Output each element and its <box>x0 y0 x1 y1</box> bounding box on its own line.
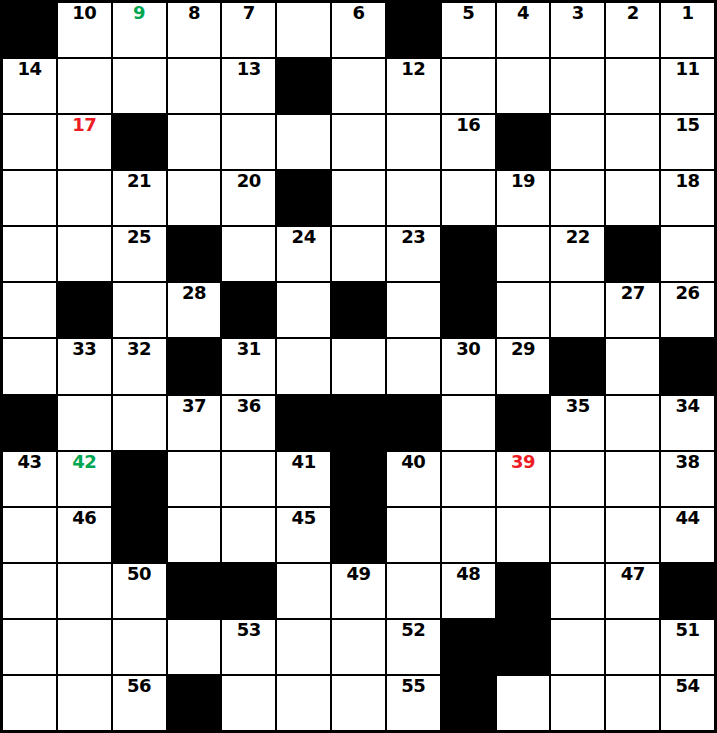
cell-r3c3[interactable] <box>168 171 221 225</box>
clue-number-35: 35 <box>551 397 604 416</box>
cell-r0c1[interactable]: 10 <box>58 3 111 57</box>
cell-r8c8[interactable] <box>442 452 495 506</box>
clue-number-14: 14 <box>3 60 56 79</box>
cell-r3c9[interactable]: 19 <box>497 171 550 225</box>
clue-number-11: 11 <box>661 60 714 79</box>
cell-r11c5[interactable] <box>277 620 330 674</box>
cell-r12c9[interactable] <box>497 676 550 730</box>
cell-r4c4[interactable] <box>222 227 275 281</box>
clue-number-23: 23 <box>387 228 440 247</box>
clue-number-6: 6 <box>332 4 385 23</box>
black-cell-r4c11 <box>606 227 659 281</box>
cell-r1c4[interactable]: 13 <box>222 59 275 113</box>
cell-r4c12[interactable] <box>661 227 714 281</box>
cell-r1c6[interactable] <box>332 59 385 113</box>
clue-number-37: 37 <box>168 397 221 416</box>
clue-number-2: 2 <box>606 4 659 23</box>
black-cell-r7c0 <box>3 396 56 450</box>
cell-r6c6[interactable] <box>332 339 385 393</box>
clue-number-16: 16 <box>442 116 495 135</box>
cell-r12c1[interactable] <box>58 676 111 730</box>
cell-r1c11[interactable] <box>606 59 659 113</box>
cell-r9c1[interactable]: 46 <box>58 508 111 562</box>
clue-number-50: 50 <box>113 565 166 584</box>
cell-r0c10[interactable]: 3 <box>551 3 604 57</box>
cell-r2c8[interactable]: 16 <box>442 115 495 169</box>
cell-r2c4[interactable] <box>222 115 275 169</box>
cell-r12c11[interactable] <box>606 676 659 730</box>
black-cell-r8c2 <box>113 452 166 506</box>
clue-number-47: 47 <box>606 565 659 584</box>
cell-r11c12[interactable]: 51 <box>661 620 714 674</box>
cell-r2c1[interactable]: 17 <box>58 115 111 169</box>
cell-r5c12[interactable]: 26 <box>661 283 714 337</box>
black-cell-r11c8 <box>442 620 495 674</box>
cell-r8c10[interactable] <box>551 452 604 506</box>
cell-r6c8[interactable]: 30 <box>442 339 495 393</box>
cell-r4c2[interactable]: 25 <box>113 227 166 281</box>
cell-r0c2[interactable]: 9 <box>113 3 166 57</box>
black-cell-r0c7 <box>387 3 440 57</box>
clue-number-19: 19 <box>497 172 550 191</box>
cell-r6c11[interactable] <box>606 339 659 393</box>
cell-r9c0[interactable] <box>3 508 56 562</box>
cell-r8c1[interactable]: 42 <box>58 452 111 506</box>
black-cell-r4c8 <box>442 227 495 281</box>
clue-number-8: 8 <box>168 4 221 23</box>
cell-r8c7[interactable]: 40 <box>387 452 440 506</box>
clue-number-48: 48 <box>442 565 495 584</box>
black-cell-r5c8 <box>442 283 495 337</box>
crossword-grid: 1098765432114131211171615212019182524232… <box>0 0 717 733</box>
clue-number-52: 52 <box>387 621 440 640</box>
cell-r4c6[interactable] <box>332 227 385 281</box>
cell-r9c11[interactable] <box>606 508 659 562</box>
cell-r3c7[interactable] <box>387 171 440 225</box>
black-cell-r8c6 <box>332 452 385 506</box>
cell-r6c7[interactable] <box>387 339 440 393</box>
cell-r4c1[interactable] <box>58 227 111 281</box>
cell-r3c12[interactable]: 18 <box>661 171 714 225</box>
cell-r1c10[interactable] <box>551 59 604 113</box>
clue-number-41: 41 <box>277 453 330 472</box>
cell-r2c7[interactable] <box>387 115 440 169</box>
black-cell-r11c9 <box>497 620 550 674</box>
cell-r1c0[interactable]: 14 <box>3 59 56 113</box>
cell-r10c6[interactable]: 49 <box>332 564 385 618</box>
clue-number-5: 5 <box>442 4 495 23</box>
cell-r0c4[interactable]: 7 <box>222 3 275 57</box>
cell-r9c12[interactable]: 44 <box>661 508 714 562</box>
cell-r11c10[interactable] <box>551 620 604 674</box>
cell-r7c10[interactable]: 35 <box>551 396 604 450</box>
clue-number-26: 26 <box>661 284 714 303</box>
cell-r6c5[interactable] <box>277 339 330 393</box>
cell-r7c4[interactable]: 36 <box>222 396 275 450</box>
cell-r1c12[interactable]: 11 <box>661 59 714 113</box>
black-cell-r1c5 <box>277 59 330 113</box>
black-cell-r9c6 <box>332 508 385 562</box>
black-cell-r10c9 <box>497 564 550 618</box>
cell-r9c3[interactable] <box>168 508 221 562</box>
cell-r3c4[interactable]: 20 <box>222 171 275 225</box>
clue-number-42: 42 <box>58 453 111 472</box>
cell-r4c5[interactable]: 24 <box>277 227 330 281</box>
clue-number-40: 40 <box>387 453 440 472</box>
cell-r0c6[interactable]: 6 <box>332 3 385 57</box>
cell-r0c12[interactable]: 1 <box>661 3 714 57</box>
cell-r4c9[interactable] <box>497 227 550 281</box>
clue-number-4: 4 <box>497 4 550 23</box>
black-cell-r5c6 <box>332 283 385 337</box>
black-cell-r10c3 <box>168 564 221 618</box>
cell-r10c10[interactable] <box>551 564 604 618</box>
cell-r4c0[interactable] <box>3 227 56 281</box>
cell-r3c1[interactable] <box>58 171 111 225</box>
cell-r12c12[interactable]: 54 <box>661 676 714 730</box>
cell-r12c6[interactable] <box>332 676 385 730</box>
cell-r11c11[interactable] <box>606 620 659 674</box>
cell-r5c11[interactable]: 27 <box>606 283 659 337</box>
cell-r6c4[interactable]: 31 <box>222 339 275 393</box>
cell-r11c0[interactable] <box>3 620 56 674</box>
cell-r0c9[interactable]: 4 <box>497 3 550 57</box>
black-cell-r7c9 <box>497 396 550 450</box>
cell-r9c4[interactable] <box>222 508 275 562</box>
cell-r8c5[interactable]: 41 <box>277 452 330 506</box>
clue-number-17: 17 <box>58 116 111 135</box>
clue-number-20: 20 <box>222 172 275 191</box>
clue-number-32: 32 <box>113 340 166 359</box>
clue-number-15: 15 <box>661 116 714 135</box>
cell-r11c3[interactable] <box>168 620 221 674</box>
cell-r12c2[interactable]: 56 <box>113 676 166 730</box>
cell-r10c1[interactable] <box>58 564 111 618</box>
cell-r0c5[interactable] <box>277 3 330 57</box>
clue-number-10: 10 <box>58 4 111 23</box>
cell-r1c9[interactable] <box>497 59 550 113</box>
cell-r7c3[interactable]: 37 <box>168 396 221 450</box>
cell-r11c1[interactable] <box>58 620 111 674</box>
cell-r8c12[interactable]: 38 <box>661 452 714 506</box>
cell-r10c5[interactable] <box>277 564 330 618</box>
clue-number-18: 18 <box>661 172 714 191</box>
cell-r10c7[interactable] <box>387 564 440 618</box>
cell-r5c0[interactable] <box>3 283 56 337</box>
clue-number-43: 43 <box>3 453 56 472</box>
clue-number-44: 44 <box>661 509 714 528</box>
black-cell-r2c9 <box>497 115 550 169</box>
clue-number-46: 46 <box>58 509 111 528</box>
cell-r1c7[interactable]: 12 <box>387 59 440 113</box>
cell-r7c11[interactable] <box>606 396 659 450</box>
clue-number-7: 7 <box>222 4 275 23</box>
cell-r5c9[interactable] <box>497 283 550 337</box>
cell-r2c6[interactable] <box>332 115 385 169</box>
cell-r11c2[interactable] <box>113 620 166 674</box>
cell-r12c10[interactable] <box>551 676 604 730</box>
clue-number-12: 12 <box>387 60 440 79</box>
cell-r11c7[interactable]: 52 <box>387 620 440 674</box>
black-cell-r12c3 <box>168 676 221 730</box>
clue-number-36: 36 <box>222 397 275 416</box>
cell-r6c1[interactable]: 33 <box>58 339 111 393</box>
black-cell-r0c0 <box>3 3 56 57</box>
clue-number-30: 30 <box>442 340 495 359</box>
cell-r9c7[interactable] <box>387 508 440 562</box>
cell-r4c10[interactable]: 22 <box>551 227 604 281</box>
cell-r6c0[interactable] <box>3 339 56 393</box>
clue-number-25: 25 <box>113 228 166 247</box>
black-cell-r3c5 <box>277 171 330 225</box>
black-cell-r10c4 <box>222 564 275 618</box>
cell-r8c0[interactable]: 43 <box>3 452 56 506</box>
clue-number-24: 24 <box>277 228 330 247</box>
cell-r8c11[interactable] <box>606 452 659 506</box>
cell-r9c5[interactable]: 45 <box>277 508 330 562</box>
cell-r8c3[interactable] <box>168 452 221 506</box>
cell-r3c6[interactable] <box>332 171 385 225</box>
black-cell-r7c5 <box>277 396 330 450</box>
cell-r10c2[interactable]: 50 <box>113 564 166 618</box>
black-cell-r12c8 <box>442 676 495 730</box>
cell-r0c11[interactable]: 2 <box>606 3 659 57</box>
clue-number-21: 21 <box>113 172 166 191</box>
cell-r3c11[interactable] <box>606 171 659 225</box>
clue-number-51: 51 <box>661 621 714 640</box>
clue-number-3: 3 <box>551 4 604 23</box>
cell-r9c9[interactable] <box>497 508 550 562</box>
cell-r1c1[interactable] <box>58 59 111 113</box>
cell-r2c0[interactable] <box>3 115 56 169</box>
cell-r2c12[interactable]: 15 <box>661 115 714 169</box>
cell-r1c2[interactable] <box>113 59 166 113</box>
black-cell-r6c3 <box>168 339 221 393</box>
cell-r2c3[interactable] <box>168 115 221 169</box>
cell-r6c9[interactable]: 29 <box>497 339 550 393</box>
cell-r3c8[interactable] <box>442 171 495 225</box>
cell-r11c4[interactable]: 53 <box>222 620 275 674</box>
black-cell-r10c12 <box>661 564 714 618</box>
cell-r3c2[interactable]: 21 <box>113 171 166 225</box>
cell-r10c8[interactable]: 48 <box>442 564 495 618</box>
black-cell-r7c6 <box>332 396 385 450</box>
cell-r3c0[interactable] <box>3 171 56 225</box>
cell-r5c10[interactable] <box>551 283 604 337</box>
cell-r5c2[interactable] <box>113 283 166 337</box>
black-cell-r2c2 <box>113 115 166 169</box>
clue-number-33: 33 <box>58 340 111 359</box>
cell-r6c2[interactable]: 32 <box>113 339 166 393</box>
clue-number-28: 28 <box>168 284 221 303</box>
cell-r10c11[interactable]: 47 <box>606 564 659 618</box>
cell-r8c4[interactable] <box>222 452 275 506</box>
cell-r2c11[interactable] <box>606 115 659 169</box>
clue-number-49: 49 <box>332 565 385 584</box>
black-cell-r6c12 <box>661 339 714 393</box>
cell-r12c7[interactable]: 55 <box>387 676 440 730</box>
cell-r7c12[interactable]: 34 <box>661 396 714 450</box>
cell-r7c1[interactable] <box>58 396 111 450</box>
cell-r8c9[interactable]: 39 <box>497 452 550 506</box>
clue-number-53: 53 <box>222 621 275 640</box>
cell-r10c0[interactable] <box>3 564 56 618</box>
clue-number-27: 27 <box>606 284 659 303</box>
clue-number-34: 34 <box>661 397 714 416</box>
cell-r5c7[interactable] <box>387 283 440 337</box>
clue-number-1: 1 <box>661 4 714 23</box>
black-cell-r5c4 <box>222 283 275 337</box>
clue-number-38: 38 <box>661 453 714 472</box>
clue-number-54: 54 <box>661 677 714 696</box>
cell-r12c5[interactable] <box>277 676 330 730</box>
cell-r9c10[interactable] <box>551 508 604 562</box>
cell-r5c3[interactable]: 28 <box>168 283 221 337</box>
cell-r12c4[interactable] <box>222 676 275 730</box>
cell-r0c3[interactable]: 8 <box>168 3 221 57</box>
cell-r4c7[interactable]: 23 <box>387 227 440 281</box>
clue-number-55: 55 <box>387 677 440 696</box>
black-cell-r6c10 <box>551 339 604 393</box>
clue-number-45: 45 <box>277 509 330 528</box>
cell-r11c6[interactable] <box>332 620 385 674</box>
cell-r0c8[interactable]: 5 <box>442 3 495 57</box>
clue-number-22: 22 <box>551 228 604 247</box>
clue-number-39: 39 <box>497 453 550 472</box>
cell-r7c2[interactable] <box>113 396 166 450</box>
black-cell-r7c7 <box>387 396 440 450</box>
black-cell-r9c2 <box>113 508 166 562</box>
cell-r7c8[interactable] <box>442 396 495 450</box>
cell-r1c3[interactable] <box>168 59 221 113</box>
clue-number-9: 9 <box>113 4 166 23</box>
cell-r2c5[interactable] <box>277 115 330 169</box>
clue-number-29: 29 <box>497 340 550 359</box>
cell-r12c0[interactable] <box>3 676 56 730</box>
black-cell-r5c1 <box>58 283 111 337</box>
clue-number-13: 13 <box>222 60 275 79</box>
black-cell-r4c3 <box>168 227 221 281</box>
cell-r3c10[interactable] <box>551 171 604 225</box>
clue-number-31: 31 <box>222 340 275 359</box>
clue-number-56: 56 <box>113 677 166 696</box>
cell-r5c5[interactable] <box>277 283 330 337</box>
cell-r9c8[interactable] <box>442 508 495 562</box>
cell-r1c8[interactable] <box>442 59 495 113</box>
cell-r2c10[interactable] <box>551 115 604 169</box>
